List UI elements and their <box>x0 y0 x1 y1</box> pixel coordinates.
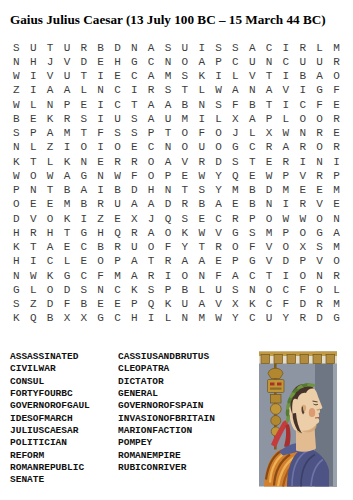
grid-cell: T <box>143 255 160 269</box>
grid-cell: T <box>244 155 261 169</box>
grid-cell: N <box>160 184 177 198</box>
grid-cell: O <box>227 241 244 255</box>
grid-cell: O <box>109 141 126 155</box>
grid-cell: E <box>59 241 76 255</box>
grid-cell: A <box>59 169 76 183</box>
word-list-item: POMPEY <box>118 437 215 449</box>
grid-cell: L <box>278 112 295 126</box>
grid-cell: F <box>278 298 295 312</box>
grid-cell: S <box>8 41 25 55</box>
grid-cell: S <box>126 127 143 141</box>
grid-cell: T <box>176 184 193 198</box>
grid-cell: F <box>210 269 227 283</box>
word-list-item: MARIONFACTION <box>118 425 215 437</box>
grid-cell: B <box>294 70 311 84</box>
grid-cell: M <box>160 70 177 84</box>
grid-cell: A <box>143 112 160 126</box>
grid-cell: S <box>8 298 25 312</box>
grid-cell: T <box>160 127 177 141</box>
grid-cell: Q <box>109 226 126 240</box>
grid-cell: A <box>143 198 160 212</box>
grid-cell: A <box>126 255 143 269</box>
grid-cell: N <box>261 55 278 69</box>
grid-cell: N <box>244 84 261 98</box>
grid-cell: V <box>210 226 227 240</box>
grid-cell: S <box>75 283 92 297</box>
grid-cell: K <box>160 298 177 312</box>
grid-cell: C <box>261 41 278 55</box>
grid-cell: F <box>160 241 177 255</box>
word-list-item: GENERAL <box>118 388 215 400</box>
word-list-item: REFORM <box>10 450 90 462</box>
word-list-item: GOVERNOROFGAUL <box>10 400 90 412</box>
grid-cell: R <box>193 155 210 169</box>
grid-cell: S <box>210 41 227 55</box>
grid-cell: W <box>278 212 295 226</box>
grid-cell: B <box>8 112 25 126</box>
grid-cell: R <box>294 198 311 212</box>
grid-cell: F <box>227 98 244 112</box>
grid-cell: X <box>75 312 92 326</box>
grid-cell: R <box>25 226 42 240</box>
grid-cell: I <box>92 98 109 112</box>
grid-cell: Y <box>227 312 244 326</box>
grid-cell: O <box>311 212 328 226</box>
grid-cell: K <box>126 283 143 297</box>
grid-cell: G <box>75 169 92 183</box>
grid-cell: S <box>227 41 244 55</box>
grid-cell: S <box>193 184 210 198</box>
grid-cell: E <box>92 298 109 312</box>
grid-cell: V <box>294 169 311 183</box>
word-list-item: IDESOFMARCH <box>10 413 90 425</box>
grid-cell: X <box>261 127 278 141</box>
grid-cell: E <box>109 298 126 312</box>
word-list-item: ASSASSINATED <box>10 351 90 363</box>
grid-cell: E <box>193 212 210 226</box>
grid-cell: N <box>92 283 109 297</box>
grid-cell: N <box>311 269 328 283</box>
grid-cell: W <box>8 169 25 183</box>
grid-cell: Q <box>143 298 160 312</box>
grid-cell: A <box>193 255 210 269</box>
grid-cell: N <box>42 98 59 112</box>
grid-cell: M <box>328 298 345 312</box>
grid-cell: T <box>193 241 210 255</box>
grid-cell: B <box>109 184 126 198</box>
grid-cell: P <box>261 112 278 126</box>
grid-cell: F <box>92 269 109 283</box>
grid-cell: C <box>294 98 311 112</box>
grid-cell: M <box>328 41 345 55</box>
grid-cell: G <box>311 84 328 98</box>
grid-cell: S <box>8 127 25 141</box>
grid-cell: F <box>311 98 328 112</box>
grid-cell: R <box>328 141 345 155</box>
grid-cell: T <box>25 241 42 255</box>
grid-cell: N <box>25 184 42 198</box>
grid-cell: L <box>160 312 177 326</box>
grid-cell: G <box>311 226 328 240</box>
grid-cell: U <box>311 55 328 69</box>
wordsearch-grid: SUTURBDNASUISSACIRLMNHJVDEHGCNOAPCUNCUUR… <box>8 41 345 326</box>
grid-cell: S <box>176 70 193 84</box>
grid-cell: C <box>278 283 295 297</box>
grid-cell: U <box>261 312 278 326</box>
grid-cell: A <box>311 70 328 84</box>
grid-cell: R <box>143 84 160 98</box>
grid-cell: Y <box>210 184 227 198</box>
grid-cell: D <box>278 255 295 269</box>
grid-cell: V <box>176 155 193 169</box>
grid-cell: B <box>92 241 109 255</box>
grid-cell: H <box>143 184 160 198</box>
grid-cell: N <box>75 155 92 169</box>
grid-cell: D <box>294 298 311 312</box>
grid-cell: V <box>311 198 328 212</box>
grid-cell: R <box>109 241 126 255</box>
grid-cell: A <box>59 84 76 98</box>
grid-cell: A <box>42 241 59 255</box>
grid-cell: C <box>42 255 59 269</box>
grid-cell: C <box>75 269 92 283</box>
word-list-item: INVASIONOFBRITAIN <box>118 413 215 425</box>
grid-cell: M <box>278 184 295 198</box>
grid-cell: R <box>126 155 143 169</box>
grid-cell: B <box>244 198 261 212</box>
grid-cell: Z <box>25 298 42 312</box>
grid-cell: H <box>109 55 126 69</box>
grid-cell: R <box>311 298 328 312</box>
grid-cell: W <box>210 312 227 326</box>
grid-cell: E <box>328 127 345 141</box>
grid-cell: G <box>8 283 25 297</box>
grid-cell: G <box>126 55 143 69</box>
grid-cell: O <box>143 155 160 169</box>
grid-cell: M <box>261 226 278 240</box>
grid-cell: R <box>143 269 160 283</box>
grid-cell: E <box>294 184 311 198</box>
grid-cell: V <box>25 212 42 226</box>
grid-cell: W <box>42 169 59 183</box>
grid-cell: Y <box>176 241 193 255</box>
grid-cell: I <box>25 84 42 98</box>
grid-cell: O <box>143 241 160 255</box>
grid-cell: U <box>176 41 193 55</box>
grid-cell: L <box>59 255 76 269</box>
grid-cell: O <box>25 169 42 183</box>
grid-cell: C <box>75 241 92 255</box>
grid-cell: P <box>278 169 295 183</box>
grid-cell: R <box>278 155 295 169</box>
grid-cell: M <box>59 127 76 141</box>
grid-cell: N <box>311 155 328 169</box>
grid-cell: O <box>42 283 59 297</box>
grid-cell: W <box>294 212 311 226</box>
grid-cell: F <box>328 84 345 98</box>
word-list-item: JULIUSCAESAR <box>10 425 90 437</box>
grid-cell: C <box>244 269 261 283</box>
grid-cell: H <box>8 226 25 240</box>
grid-cell: M <box>176 112 193 126</box>
grid-cell: R <box>126 226 143 240</box>
grid-cell: A <box>193 298 210 312</box>
grid-cell: T <box>75 70 92 84</box>
grid-cell: O <box>328 255 345 269</box>
grid-cell: D <box>109 41 126 55</box>
grid-cell: B <box>176 283 193 297</box>
grid-cell: N <box>126 41 143 55</box>
grid-cell: P <box>294 255 311 269</box>
grid-cell: F <box>126 169 143 183</box>
grid-cell: L <box>25 98 42 112</box>
grid-cell: S <box>109 127 126 141</box>
grid-cell: N <box>8 55 25 69</box>
grid-cell: N <box>328 212 345 226</box>
grid-cell: C <box>109 98 126 112</box>
grid-cell: B <box>75 298 92 312</box>
grid-cell: O <box>92 255 109 269</box>
grid-cell: U <box>160 112 177 126</box>
grid-cell: B <box>92 41 109 55</box>
grid-cell: A <box>227 84 244 98</box>
grid-cell: R <box>59 112 76 126</box>
grid-cell: Z <box>92 212 109 226</box>
grid-cell: D <box>210 155 227 169</box>
grid-cell: I <box>143 312 160 326</box>
grid-cell: L <box>210 112 227 126</box>
grid-cell: R <box>294 141 311 155</box>
grid-cell: P <box>328 169 345 183</box>
grid-cell: B <box>42 312 59 326</box>
grid-cell: O <box>75 141 92 155</box>
grid-cell: R <box>311 127 328 141</box>
grid-cell: I <box>126 84 143 98</box>
grid-cell: C <box>143 141 160 155</box>
grid-cell: C <box>109 84 126 98</box>
grid-cell: Y <box>278 312 295 326</box>
grid-cell: A <box>126 269 143 283</box>
grid-cell: E <box>75 255 92 269</box>
grid-cell: F <box>92 127 109 141</box>
grid-cell: U <box>59 41 76 55</box>
grid-cell: L <box>42 155 59 169</box>
grid-cell: M <box>193 312 210 326</box>
grid-cell: O <box>294 226 311 240</box>
grid-cell: G <box>328 312 345 326</box>
grid-cell: K <box>193 70 210 84</box>
worksheet-page: Gaius Julius Caesar (13 July 100 BC – 15… <box>0 0 353 500</box>
grid-cell: T <box>261 269 278 283</box>
grid-cell: S <box>75 112 92 126</box>
word-list-item: RUBICONRIVER <box>118 462 215 474</box>
grid-cell: R <box>109 155 126 169</box>
page-title: Gaius Julius Caesar (13 July 100 BC – 15… <box>10 12 350 28</box>
grid-cell: U <box>109 198 126 212</box>
grid-cell: L <box>328 283 345 297</box>
grid-cell: C <box>244 141 261 155</box>
word-list-item: CASSIUSANDBRUTUS <box>118 351 215 363</box>
grid-cell: I <box>294 155 311 169</box>
word-list-item: ROMANEMPIRE <box>118 450 215 462</box>
grid-cell: P <box>210 55 227 69</box>
grid-cell: W <box>109 169 126 183</box>
grid-cell: R <box>210 241 227 255</box>
grid-cell: S <box>160 41 177 55</box>
grid-cell: N <box>193 269 210 283</box>
grid-cell: E <box>244 169 261 183</box>
grid-cell: D <box>42 298 59 312</box>
grid-cell: W <box>8 98 25 112</box>
grid-cell: R <box>311 169 328 183</box>
grid-cell: S <box>244 226 261 240</box>
grid-cell: U <box>210 283 227 297</box>
grid-cell: L <box>75 84 92 98</box>
grid-cell: X <box>227 112 244 126</box>
grid-cell: P <box>160 283 177 297</box>
grid-cell: A <box>143 98 160 112</box>
grid-cell: I <box>294 84 311 98</box>
grid-cell: S <box>143 283 160 297</box>
grid-cell: R <box>294 41 311 55</box>
grid-cell: I <box>278 41 295 55</box>
grid-cell: X <box>126 212 143 226</box>
grid-cell: G <box>227 141 244 155</box>
grid-cell: B <box>176 98 193 112</box>
grid-cell: N <box>244 283 261 297</box>
grid-cell: K <box>8 241 25 255</box>
grid-cell: R <box>227 212 244 226</box>
grid-cell: O <box>328 70 345 84</box>
grid-cell: E <box>311 184 328 198</box>
grid-cell: P <box>126 298 143 312</box>
grid-cell: I <box>92 184 109 198</box>
grid-cell: O <box>311 112 328 126</box>
grid-cell: A <box>143 70 160 84</box>
grid-cell: C <box>244 312 261 326</box>
grid-cell: A <box>160 98 177 112</box>
grid-cell: J <box>143 212 160 226</box>
grid-cell: T <box>261 98 278 112</box>
grid-cell: I <box>278 70 295 84</box>
grid-cell: T <box>25 155 42 169</box>
grid-cell: R <box>160 255 177 269</box>
grid-cell: W <box>25 269 42 283</box>
grid-cell: M <box>59 198 76 212</box>
grid-cell: L <box>311 41 328 55</box>
grid-cell: L <box>25 283 42 297</box>
grid-cell: G <box>92 312 109 326</box>
grid-cell: E <box>227 198 244 212</box>
grid-cell: M <box>328 184 345 198</box>
grid-cell: E <box>25 198 42 212</box>
caesar-portrait-image <box>259 351 337 487</box>
grid-cell: D <box>261 184 278 198</box>
grid-cell: A <box>143 41 160 55</box>
grid-cell: J <box>227 127 244 141</box>
grid-cell: U <box>59 70 76 84</box>
grid-cell: U <box>25 41 42 55</box>
grid-cell: P <box>59 98 76 112</box>
grid-cell: E <box>261 155 278 169</box>
grid-cell: X <box>59 312 76 326</box>
grid-cell: V <box>278 84 295 98</box>
grid-cell: P <box>143 127 160 141</box>
grid-cell: Z <box>42 141 59 155</box>
grid-cell: U <box>294 55 311 69</box>
grid-cell: V <box>244 70 261 84</box>
grid-cell: F <box>59 298 76 312</box>
grid-cell: E <box>42 198 59 212</box>
battlement-icon <box>259 352 337 364</box>
grid-cell: E <box>109 212 126 226</box>
grid-cell: V <box>42 70 59 84</box>
grid-cell: R <box>75 41 92 55</box>
grid-cell: T <box>176 84 193 98</box>
grid-cell: O <box>160 226 177 240</box>
grid-cell: R <box>328 55 345 69</box>
grid-cell: R <box>328 269 345 283</box>
grid-cell: I <box>25 70 42 84</box>
grid-cell: V <box>59 55 76 69</box>
grid-cell: I <box>193 41 210 55</box>
grid-cell: C <box>261 298 278 312</box>
grid-cell: A <box>42 127 59 141</box>
grid-cell: W <box>193 169 210 183</box>
grid-cell: E <box>92 155 109 169</box>
grid-cell: C <box>126 70 143 84</box>
grid-cell: I <box>160 269 177 283</box>
grid-cell: N <box>294 127 311 141</box>
grid-cell: H <box>42 226 59 240</box>
grid-cell: L <box>227 70 244 84</box>
grid-cell: P <box>244 212 261 226</box>
grid-cell: K <box>42 112 59 126</box>
grid-cell: K <box>244 298 261 312</box>
grid-cell: P <box>8 184 25 198</box>
grid-cell: S <box>126 112 143 126</box>
grid-cell: S <box>311 241 328 255</box>
grid-cell: E <box>109 70 126 84</box>
grid-cell: W <box>193 226 210 240</box>
grid-cell: A <box>210 198 227 212</box>
grid-cell: T <box>59 226 76 240</box>
grid-cell: G <box>75 226 92 240</box>
grid-cell: C <box>109 312 126 326</box>
word-list-item: FORTYFOURBC <box>10 388 90 400</box>
grid-cell: Y <box>210 169 227 183</box>
grid-cell: I <box>278 269 295 283</box>
grid-cell: W <box>278 127 295 141</box>
grid-cell: D <box>126 184 143 198</box>
grid-cell: R <box>294 312 311 326</box>
grid-cell: A <box>328 226 345 240</box>
grid-cell: C <box>210 212 227 226</box>
grid-cell: A <box>160 155 177 169</box>
grid-cell: K <box>8 312 25 326</box>
grid-cell: I <box>278 98 295 112</box>
grid-cell: B <box>75 198 92 212</box>
grid-cell: I <box>92 70 109 84</box>
grid-cell: N <box>8 141 25 155</box>
word-list-item: CIVILWAR <box>10 363 90 375</box>
grid-cell: C <box>227 55 244 69</box>
grid-cell: N <box>261 198 278 212</box>
grid-cell: K <box>59 212 76 226</box>
grid-cell: I <box>278 198 295 212</box>
grid-cell: V <box>261 241 278 255</box>
grid-cell: U <box>109 112 126 126</box>
